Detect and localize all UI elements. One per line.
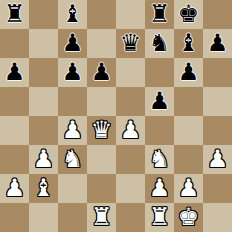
square-d8[interactable]	[87, 0, 116, 29]
square-d1[interactable]: ♜	[87, 203, 116, 232]
square-f6[interactable]	[145, 58, 174, 87]
square-b7[interactable]	[29, 29, 58, 58]
square-b2[interactable]: ♝	[29, 174, 58, 203]
black-rook[interactable]: ♜	[4, 0, 26, 29]
square-b5[interactable]	[29, 87, 58, 116]
square-f8[interactable]: ♜	[145, 0, 174, 29]
square-h1[interactable]	[203, 203, 232, 232]
square-c2[interactable]	[58, 174, 87, 203]
square-b1[interactable]	[29, 203, 58, 232]
square-e4[interactable]: ♟	[116, 116, 145, 145]
square-h3[interactable]: ♟	[203, 145, 232, 174]
chess-board: ♜♝♜♚♟♛♞♝♟♟♟♟♟♟♟♛♟♟♞♞♟♟♝♟♟♜♜♚	[0, 0, 232, 232]
square-b6[interactable]	[29, 58, 58, 87]
square-c1[interactable]	[58, 203, 87, 232]
square-a1[interactable]	[0, 203, 29, 232]
white-pawn[interactable]: ♟	[4, 174, 26, 203]
white-rook[interactable]: ♜	[91, 203, 113, 232]
square-c4[interactable]: ♟	[58, 116, 87, 145]
white-king[interactable]: ♚	[178, 203, 200, 232]
square-c3[interactable]: ♞	[58, 145, 87, 174]
square-f1[interactable]: ♜	[145, 203, 174, 232]
square-f4[interactable]	[145, 116, 174, 145]
black-bishop[interactable]: ♝	[178, 29, 200, 58]
square-d4[interactable]: ♛	[87, 116, 116, 145]
square-a3[interactable]	[0, 145, 29, 174]
square-e7[interactable]: ♛	[116, 29, 145, 58]
white-rook[interactable]: ♜	[149, 203, 171, 232]
black-knight[interactable]: ♞	[149, 29, 171, 58]
square-a8[interactable]: ♜	[0, 0, 29, 29]
white-pawn[interactable]: ♟	[120, 116, 142, 145]
square-h7[interactable]: ♟	[203, 29, 232, 58]
square-b4[interactable]	[29, 116, 58, 145]
white-knight[interactable]: ♞	[149, 145, 171, 174]
black-pawn[interactable]: ♟	[178, 58, 200, 87]
square-a7[interactable]	[0, 29, 29, 58]
square-e3[interactable]	[116, 145, 145, 174]
square-g7[interactable]: ♝	[174, 29, 203, 58]
black-pawn[interactable]: ♟	[207, 29, 229, 58]
square-e2[interactable]	[116, 174, 145, 203]
square-h6[interactable]	[203, 58, 232, 87]
square-e1[interactable]	[116, 203, 145, 232]
square-e6[interactable]	[116, 58, 145, 87]
white-pawn[interactable]: ♟	[207, 145, 229, 174]
black-pawn[interactable]: ♟	[62, 29, 84, 58]
square-g8[interactable]: ♚	[174, 0, 203, 29]
square-c8[interactable]: ♝	[58, 0, 87, 29]
square-d7[interactable]	[87, 29, 116, 58]
square-a5[interactable]	[0, 87, 29, 116]
square-d2[interactable]	[87, 174, 116, 203]
square-h2[interactable]	[203, 174, 232, 203]
white-pawn[interactable]: ♟	[62, 116, 84, 145]
square-b8[interactable]	[29, 0, 58, 29]
square-c5[interactable]	[58, 87, 87, 116]
square-f5[interactable]: ♟	[145, 87, 174, 116]
white-pawn[interactable]: ♟	[33, 145, 55, 174]
square-c7[interactable]: ♟	[58, 29, 87, 58]
square-a2[interactable]: ♟	[0, 174, 29, 203]
black-bishop[interactable]: ♝	[62, 0, 84, 29]
black-king[interactable]: ♚	[178, 0, 200, 29]
square-b3[interactable]: ♟	[29, 145, 58, 174]
black-rook[interactable]: ♜	[149, 0, 171, 29]
white-pawn[interactable]: ♟	[178, 174, 200, 203]
white-queen[interactable]: ♛	[91, 116, 113, 145]
square-f7[interactable]: ♞	[145, 29, 174, 58]
black-pawn[interactable]: ♟	[91, 58, 113, 87]
square-d6[interactable]: ♟	[87, 58, 116, 87]
square-a4[interactable]	[0, 116, 29, 145]
square-d3[interactable]	[87, 145, 116, 174]
square-e8[interactable]	[116, 0, 145, 29]
square-c6[interactable]: ♟	[58, 58, 87, 87]
black-pawn[interactable]: ♟	[4, 58, 26, 87]
square-g3[interactable]	[174, 145, 203, 174]
square-f2[interactable]: ♟	[145, 174, 174, 203]
square-g4[interactable]	[174, 116, 203, 145]
square-f3[interactable]: ♞	[145, 145, 174, 174]
square-d5[interactable]	[87, 87, 116, 116]
square-e5[interactable]	[116, 87, 145, 116]
black-pawn[interactable]: ♟	[62, 58, 84, 87]
square-g6[interactable]: ♟	[174, 58, 203, 87]
square-a6[interactable]: ♟	[0, 58, 29, 87]
square-h5[interactable]	[203, 87, 232, 116]
square-g1[interactable]: ♚	[174, 203, 203, 232]
square-h8[interactable]	[203, 0, 232, 29]
white-pawn[interactable]: ♟	[149, 174, 171, 203]
square-g5[interactable]	[174, 87, 203, 116]
square-g2[interactable]: ♟	[174, 174, 203, 203]
black-pawn[interactable]: ♟	[149, 87, 171, 116]
square-h4[interactable]	[203, 116, 232, 145]
white-bishop[interactable]: ♝	[33, 174, 55, 203]
white-knight[interactable]: ♞	[62, 145, 84, 174]
black-queen[interactable]: ♛	[120, 29, 142, 58]
